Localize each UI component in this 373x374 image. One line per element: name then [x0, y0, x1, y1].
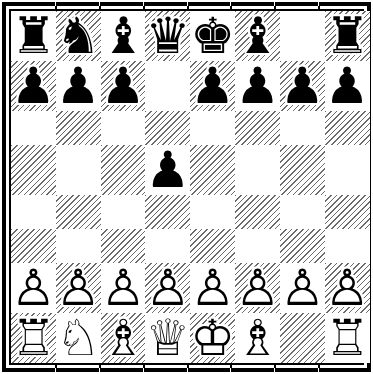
- square-f2[interactable]: ♟♙: [235, 263, 280, 313]
- square-d1[interactable]: ♛♕: [145, 313, 190, 363]
- border-seam: [230, 368, 231, 372]
- black-pawn: ♟: [280, 61, 325, 111]
- border-seam: [274, 2, 275, 6]
- black-pawn: ♟: [235, 61, 280, 111]
- square-e3[interactable]: [190, 229, 235, 263]
- square-f4[interactable]: [235, 195, 280, 229]
- square-g6[interactable]: [280, 111, 325, 145]
- white-pawn: ♙: [235, 263, 280, 313]
- border-seam: [318, 368, 319, 372]
- square-f6[interactable]: [235, 111, 280, 145]
- border-seam: [187, 2, 188, 6]
- white-rook: ♖: [11, 313, 56, 363]
- square-f5[interactable]: [235, 145, 280, 195]
- square-c1[interactable]: ♝♗: [101, 313, 146, 363]
- square-d6[interactable]: [145, 111, 190, 145]
- square-c4[interactable]: [101, 195, 146, 229]
- square-a7[interactable]: ♟: [11, 61, 56, 111]
- square-c8[interactable]: ♝: [101, 11, 146, 61]
- square-h4[interactable]: [325, 195, 370, 229]
- border-seam: [143, 368, 144, 372]
- square-c2[interactable]: ♟♙: [101, 263, 146, 313]
- black-pawn: ♟: [11, 61, 56, 111]
- square-a1[interactable]: ♜♖: [11, 313, 56, 363]
- border-seam: [230, 2, 231, 6]
- black-pawn: ♟: [190, 61, 235, 111]
- square-c5[interactable]: [101, 145, 146, 195]
- square-g2[interactable]: ♟♙: [280, 263, 325, 313]
- square-f1[interactable]: ♝♗: [235, 313, 280, 363]
- square-a3[interactable]: [11, 229, 56, 263]
- square-c3[interactable]: [101, 229, 146, 263]
- square-e4[interactable]: [190, 195, 235, 229]
- square-f8[interactable]: ♝: [235, 11, 280, 61]
- square-b8[interactable]: ♞: [56, 11, 101, 61]
- chess-diagram: ♜♞♝♛♚♝♜♟♟♟♟♟♟♟♟♟♙♟♙♟♙♟♙♟♙♟♙♟♙♟♙♜♖♞♘♝♗♛♕♚…: [0, 0, 373, 374]
- black-knight: ♞: [56, 11, 101, 61]
- border-seam: [55, 2, 56, 6]
- border-seam: [274, 368, 275, 372]
- black-rook: ♜: [325, 11, 370, 61]
- black-king: ♚: [190, 11, 235, 61]
- border-seam: [99, 2, 100, 6]
- square-a6[interactable]: [11, 111, 56, 145]
- square-b4[interactable]: [56, 195, 101, 229]
- square-e7[interactable]: ♟: [190, 61, 235, 111]
- square-a2[interactable]: ♟♙: [11, 263, 56, 313]
- chess-board: ♜♞♝♛♚♝♜♟♟♟♟♟♟♟♟♟♙♟♙♟♙♟♙♟♙♟♙♟♙♟♙♜♖♞♘♝♗♛♕♚…: [11, 11, 362, 363]
- border-seam: [187, 368, 188, 372]
- white-pawn: ♙: [145, 263, 190, 313]
- square-h5[interactable]: [325, 145, 370, 195]
- square-f3[interactable]: [235, 229, 280, 263]
- black-bishop: ♝: [235, 11, 280, 61]
- white-queen: ♕: [145, 313, 190, 363]
- square-b1[interactable]: ♞♘: [56, 313, 101, 363]
- black-rook: ♜: [11, 11, 56, 61]
- black-queen: ♛: [145, 11, 190, 61]
- border-seam: [99, 368, 100, 372]
- white-knight: ♘: [56, 313, 101, 363]
- square-g4[interactable]: [280, 195, 325, 229]
- square-g5[interactable]: [280, 145, 325, 195]
- white-pawn: ♙: [101, 263, 146, 313]
- white-pawn: ♙: [56, 263, 101, 313]
- black-pawn: ♟: [101, 61, 146, 111]
- border-seam: [55, 368, 56, 372]
- square-h2[interactable]: ♟♙: [325, 263, 370, 313]
- white-pawn: ♙: [11, 263, 56, 313]
- border-seam: [318, 2, 319, 6]
- square-e6[interactable]: [190, 111, 235, 145]
- square-b3[interactable]: [56, 229, 101, 263]
- border-seam: [143, 2, 144, 6]
- square-c7[interactable]: ♟: [101, 61, 146, 111]
- square-d5[interactable]: ♟: [145, 145, 190, 195]
- square-e5[interactable]: [190, 145, 235, 195]
- square-h8[interactable]: ♜: [325, 11, 370, 61]
- white-rook: ♖: [325, 313, 370, 363]
- white-pawn: ♙: [280, 263, 325, 313]
- square-h7[interactable]: ♟: [325, 61, 370, 111]
- square-a4[interactable]: [11, 195, 56, 229]
- square-a5[interactable]: [11, 145, 56, 195]
- square-c6[interactable]: [101, 111, 146, 145]
- square-g3[interactable]: [280, 229, 325, 263]
- square-e8[interactable]: ♚: [190, 11, 235, 61]
- white-pawn: ♙: [190, 263, 235, 313]
- square-d7[interactable]: [145, 61, 190, 111]
- square-d3[interactable]: [145, 229, 190, 263]
- white-bishop: ♗: [235, 313, 280, 363]
- square-h1[interactable]: ♜♖: [325, 313, 370, 363]
- black-pawn: ♟: [56, 61, 101, 111]
- square-d4[interactable]: [145, 195, 190, 229]
- black-bishop: ♝: [101, 11, 146, 61]
- black-pawn: ♟: [145, 145, 190, 195]
- square-b5[interactable]: [56, 145, 101, 195]
- black-pawn: ♟: [325, 61, 370, 111]
- square-e1[interactable]: ♚♔: [190, 313, 235, 363]
- border-tick-mark: [318, 6, 320, 9]
- square-g1[interactable]: [280, 313, 325, 363]
- square-b7[interactable]: ♟: [56, 61, 101, 111]
- square-g8[interactable]: [280, 11, 325, 61]
- white-pawn: ♙: [325, 263, 370, 313]
- square-e2[interactable]: ♟♙: [190, 263, 235, 313]
- square-h6[interactable]: [325, 111, 370, 145]
- square-b6[interactable]: [56, 111, 101, 145]
- square-a8[interactable]: ♜: [11, 11, 56, 61]
- square-g7[interactable]: ♟: [280, 61, 325, 111]
- square-d8[interactable]: ♛: [145, 11, 190, 61]
- square-d2[interactable]: ♟♙: [145, 263, 190, 313]
- white-bishop: ♗: [101, 313, 146, 363]
- square-f7[interactable]: ♟: [235, 61, 280, 111]
- square-b2[interactable]: ♟♙: [56, 263, 101, 313]
- square-h3[interactable]: [325, 229, 370, 263]
- white-king: ♔: [190, 313, 235, 363]
